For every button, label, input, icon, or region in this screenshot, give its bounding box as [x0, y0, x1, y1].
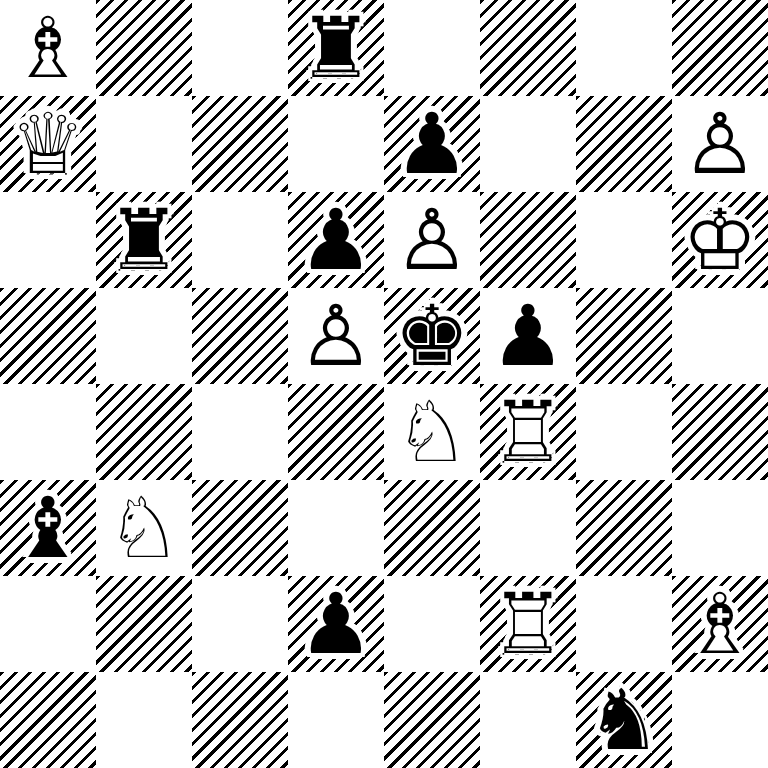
black-pawn[interactable]: ♟	[480, 288, 576, 384]
square-b2[interactable]	[96, 576, 192, 672]
white-pawn-halo: ♟	[384, 192, 480, 288]
square-g1[interactable]: ♞♞	[576, 672, 672, 768]
black-pawn[interactable]: ♟	[288, 192, 384, 288]
square-g6[interactable]	[576, 192, 672, 288]
black-pawn-halo: ♟	[288, 192, 384, 288]
square-e1[interactable]	[384, 672, 480, 768]
white-bishop[interactable]: ♗	[0, 0, 96, 96]
square-e8[interactable]	[384, 0, 480, 96]
square-d5[interactable]: ♟♙	[288, 288, 384, 384]
white-queen[interactable]: ♕	[0, 96, 96, 192]
square-e4[interactable]: ♞♘	[384, 384, 480, 480]
square-e3[interactable]	[384, 480, 480, 576]
square-e6[interactable]: ♟♙	[384, 192, 480, 288]
black-rook-halo: ♜	[96, 192, 192, 288]
black-bishop[interactable]: ♝	[0, 480, 96, 576]
square-h3[interactable]	[672, 480, 768, 576]
square-d2[interactable]: ♟♟	[288, 576, 384, 672]
square-a8[interactable]: ♝♗	[0, 0, 96, 96]
black-king-halo: ♚	[384, 288, 480, 384]
square-c2[interactable]	[192, 576, 288, 672]
white-bishop-halo: ♝	[672, 576, 768, 672]
square-g2[interactable]	[576, 576, 672, 672]
square-e2[interactable]	[384, 576, 480, 672]
white-pawn-halo: ♟	[672, 96, 768, 192]
square-d7[interactable]	[288, 96, 384, 192]
square-h8[interactable]	[672, 0, 768, 96]
white-rook-halo: ♜	[480, 384, 576, 480]
white-knight-halo: ♞	[384, 384, 480, 480]
black-pawn-halo: ♟	[384, 96, 480, 192]
square-d8[interactable]: ♜♜	[288, 0, 384, 96]
square-b8[interactable]	[96, 0, 192, 96]
square-b5[interactable]	[96, 288, 192, 384]
square-b4[interactable]	[96, 384, 192, 480]
square-b3[interactable]: ♞♘	[96, 480, 192, 576]
square-d3[interactable]	[288, 480, 384, 576]
square-a1[interactable]	[0, 672, 96, 768]
square-c1[interactable]	[192, 672, 288, 768]
black-rook[interactable]: ♜	[96, 192, 192, 288]
square-b1[interactable]	[96, 672, 192, 768]
black-rook-halo: ♜	[288, 0, 384, 96]
square-c4[interactable]	[192, 384, 288, 480]
square-a6[interactable]	[0, 192, 96, 288]
square-f2[interactable]: ♜♖	[480, 576, 576, 672]
black-pawn[interactable]: ♟	[384, 96, 480, 192]
square-f4[interactable]: ♜♖	[480, 384, 576, 480]
square-c5[interactable]	[192, 288, 288, 384]
chess-board: ♝♗♜♜♛♕♟♟♟♙♜♜♟♟♟♙♚♔♟♙♚♚♟♟♞♘♜♖♝♝♞♘♟♟♜♖♝♗♞♞	[0, 0, 768, 768]
black-pawn-halo: ♟	[288, 576, 384, 672]
square-h6[interactable]: ♚♔	[672, 192, 768, 288]
white-pawn[interactable]: ♙	[288, 288, 384, 384]
square-a7[interactable]: ♛♕	[0, 96, 96, 192]
white-bishop[interactable]: ♗	[672, 576, 768, 672]
black-king[interactable]: ♚	[384, 288, 480, 384]
square-g5[interactable]	[576, 288, 672, 384]
square-a2[interactable]	[0, 576, 96, 672]
square-a3[interactable]: ♝♝	[0, 480, 96, 576]
square-b7[interactable]	[96, 96, 192, 192]
square-f6[interactable]	[480, 192, 576, 288]
square-f1[interactable]	[480, 672, 576, 768]
square-c3[interactable]	[192, 480, 288, 576]
square-f7[interactable]	[480, 96, 576, 192]
square-a5[interactable]	[0, 288, 96, 384]
square-e7[interactable]: ♟♟	[384, 96, 480, 192]
white-rook[interactable]: ♖	[480, 576, 576, 672]
black-bishop-halo: ♝	[0, 480, 96, 576]
square-c8[interactable]	[192, 0, 288, 96]
square-g3[interactable]	[576, 480, 672, 576]
square-c7[interactable]	[192, 96, 288, 192]
white-pawn[interactable]: ♙	[672, 96, 768, 192]
white-king-halo: ♚	[672, 192, 768, 288]
square-g4[interactable]	[576, 384, 672, 480]
square-h4[interactable]	[672, 384, 768, 480]
square-h7[interactable]: ♟♙	[672, 96, 768, 192]
black-knight[interactable]: ♞	[576, 672, 672, 768]
square-f5[interactable]: ♟♟	[480, 288, 576, 384]
square-c6[interactable]	[192, 192, 288, 288]
black-knight-halo: ♞	[576, 672, 672, 768]
square-e5[interactable]: ♚♚	[384, 288, 480, 384]
square-f3[interactable]	[480, 480, 576, 576]
square-d6[interactable]: ♟♟	[288, 192, 384, 288]
white-queen-halo: ♛	[0, 96, 96, 192]
white-knight-halo: ♞	[96, 480, 192, 576]
square-h2[interactable]: ♝♗	[672, 576, 768, 672]
white-pawn[interactable]: ♙	[384, 192, 480, 288]
black-rook[interactable]: ♜	[288, 0, 384, 96]
square-d4[interactable]	[288, 384, 384, 480]
square-d1[interactable]	[288, 672, 384, 768]
square-g8[interactable]	[576, 0, 672, 96]
white-king[interactable]: ♔	[672, 192, 768, 288]
white-rook[interactable]: ♖	[480, 384, 576, 480]
square-b6[interactable]: ♜♜	[96, 192, 192, 288]
square-h5[interactable]	[672, 288, 768, 384]
white-knight[interactable]: ♘	[384, 384, 480, 480]
white-bishop-halo: ♝	[0, 0, 96, 96]
black-pawn-halo: ♟	[480, 288, 576, 384]
square-a4[interactable]	[0, 384, 96, 480]
black-pawn[interactable]: ♟	[288, 576, 384, 672]
square-g7[interactable]	[576, 96, 672, 192]
square-h1[interactable]	[672, 672, 768, 768]
white-rook-halo: ♜	[480, 576, 576, 672]
white-knight[interactable]: ♘	[96, 480, 192, 576]
square-f8[interactable]	[480, 0, 576, 96]
white-pawn-halo: ♟	[288, 288, 384, 384]
